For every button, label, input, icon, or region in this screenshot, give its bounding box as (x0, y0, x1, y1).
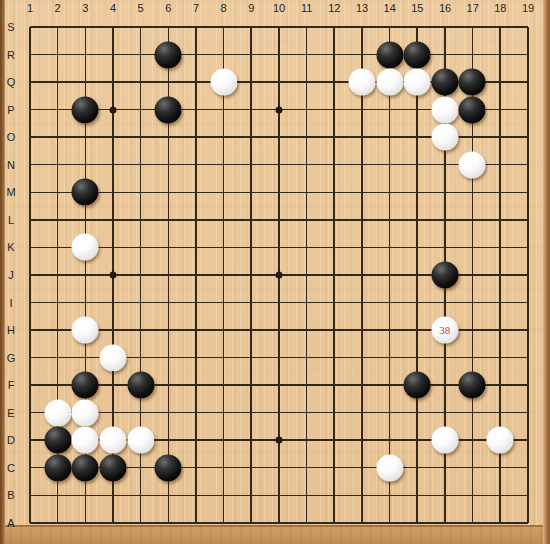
intersection[interactable] (154, 261, 182, 289)
intersection[interactable] (403, 371, 431, 399)
intersection[interactable] (459, 426, 487, 454)
intersection[interactable] (154, 399, 182, 427)
intersection[interactable] (99, 509, 127, 537)
intersection[interactable] (237, 426, 265, 454)
intersection[interactable] (237, 261, 265, 289)
intersection[interactable] (431, 454, 459, 482)
intersection[interactable] (293, 261, 321, 289)
intersection[interactable] (293, 289, 321, 317)
intersection[interactable] (459, 261, 487, 289)
intersection[interactable] (486, 509, 514, 537)
intersection[interactable] (348, 151, 376, 179)
intersection[interactable] (376, 482, 404, 510)
intersection[interactable] (320, 344, 348, 372)
intersection[interactable] (514, 261, 542, 289)
intersection[interactable] (348, 454, 376, 482)
intersection[interactable] (376, 41, 404, 69)
intersection[interactable] (99, 41, 127, 69)
intersection[interactable] (514, 316, 542, 344)
intersection[interactable] (431, 426, 459, 454)
intersection[interactable] (127, 482, 155, 510)
intersection[interactable] (44, 509, 72, 537)
intersection[interactable] (376, 261, 404, 289)
intersection[interactable] (459, 179, 487, 207)
intersection[interactable] (265, 344, 293, 372)
intersection[interactable] (16, 289, 44, 317)
intersection[interactable] (514, 426, 542, 454)
intersection[interactable] (44, 13, 72, 41)
intersection[interactable] (459, 289, 487, 317)
intersection[interactable] (210, 371, 238, 399)
intersection[interactable] (320, 234, 348, 262)
intersection[interactable] (154, 509, 182, 537)
intersection[interactable] (99, 289, 127, 317)
intersection[interactable] (293, 96, 321, 124)
intersection[interactable] (486, 454, 514, 482)
intersection[interactable] (210, 234, 238, 262)
intersection[interactable] (237, 289, 265, 317)
intersection[interactable] (459, 316, 487, 344)
intersection[interactable] (71, 261, 99, 289)
intersection[interactable] (71, 151, 99, 179)
intersection[interactable] (403, 316, 431, 344)
intersection[interactable] (403, 123, 431, 151)
intersection[interactable] (44, 96, 72, 124)
intersection[interactable] (154, 482, 182, 510)
intersection[interactable] (210, 426, 238, 454)
intersection[interactable] (348, 123, 376, 151)
intersection[interactable] (486, 96, 514, 124)
intersection[interactable] (265, 426, 293, 454)
intersection[interactable] (431, 123, 459, 151)
intersection[interactable] (182, 234, 210, 262)
intersection[interactable] (16, 179, 44, 207)
intersection[interactable] (44, 454, 72, 482)
intersection[interactable] (182, 426, 210, 454)
intersection[interactable] (431, 179, 459, 207)
intersection[interactable] (403, 426, 431, 454)
intersection[interactable] (16, 261, 44, 289)
intersection[interactable] (486, 123, 514, 151)
intersection[interactable] (237, 41, 265, 69)
intersection[interactable] (514, 454, 542, 482)
intersection[interactable] (265, 179, 293, 207)
intersection[interactable] (403, 13, 431, 41)
intersection[interactable] (16, 454, 44, 482)
intersection[interactable] (16, 68, 44, 96)
intersection[interactable] (431, 482, 459, 510)
intersection[interactable] (486, 289, 514, 317)
intersection[interactable] (210, 68, 238, 96)
intersection[interactable] (127, 454, 155, 482)
intersection[interactable] (16, 426, 44, 454)
intersection[interactable] (431, 151, 459, 179)
intersection[interactable] (514, 68, 542, 96)
intersection[interactable] (431, 344, 459, 372)
intersection[interactable] (127, 316, 155, 344)
intersection[interactable] (99, 206, 127, 234)
intersection[interactable] (44, 234, 72, 262)
intersection[interactable] (16, 316, 44, 344)
intersection[interactable] (459, 206, 487, 234)
intersection[interactable] (127, 261, 155, 289)
intersection[interactable] (293, 316, 321, 344)
intersection[interactable] (293, 151, 321, 179)
intersection[interactable] (182, 151, 210, 179)
intersection[interactable] (320, 316, 348, 344)
intersection[interactable] (293, 509, 321, 537)
intersection[interactable] (127, 41, 155, 69)
intersection[interactable] (376, 426, 404, 454)
intersection[interactable] (16, 96, 44, 124)
intersection[interactable] (486, 234, 514, 262)
intersection[interactable] (320, 482, 348, 510)
intersection[interactable] (486, 13, 514, 41)
intersection[interactable] (320, 509, 348, 537)
intersection[interactable] (376, 234, 404, 262)
intersection[interactable] (237, 151, 265, 179)
intersection[interactable] (486, 68, 514, 96)
intersection[interactable] (486, 482, 514, 510)
intersection[interactable] (182, 206, 210, 234)
intersection[interactable] (320, 123, 348, 151)
intersection[interactable] (44, 179, 72, 207)
intersection[interactable] (514, 234, 542, 262)
intersection[interactable] (265, 316, 293, 344)
intersection[interactable] (265, 41, 293, 69)
intersection[interactable] (99, 316, 127, 344)
intersection[interactable] (99, 68, 127, 96)
intersection[interactable] (99, 399, 127, 427)
intersection[interactable] (514, 13, 542, 41)
intersection[interactable] (154, 179, 182, 207)
intersection[interactable] (99, 482, 127, 510)
intersection[interactable] (182, 261, 210, 289)
intersection[interactable] (348, 13, 376, 41)
intersection[interactable] (210, 206, 238, 234)
intersection[interactable] (459, 454, 487, 482)
intersection[interactable] (265, 96, 293, 124)
intersection[interactable] (210, 41, 238, 69)
intersection[interactable] (16, 41, 44, 69)
intersection[interactable] (320, 96, 348, 124)
intersection[interactable] (514, 96, 542, 124)
intersection[interactable] (320, 68, 348, 96)
intersection[interactable] (320, 151, 348, 179)
intersection[interactable] (210, 96, 238, 124)
intersection[interactable]: 38 (431, 316, 459, 344)
intersection[interactable] (237, 509, 265, 537)
intersection[interactable] (210, 482, 238, 510)
intersection[interactable] (99, 344, 127, 372)
intersection[interactable] (293, 13, 321, 41)
intersection[interactable] (376, 454, 404, 482)
intersection[interactable] (320, 399, 348, 427)
intersection[interactable] (459, 371, 487, 399)
intersection[interactable] (265, 206, 293, 234)
intersection[interactable] (320, 41, 348, 69)
intersection[interactable] (431, 13, 459, 41)
intersection[interactable] (154, 96, 182, 124)
intersection[interactable] (210, 123, 238, 151)
intersection[interactable] (514, 289, 542, 317)
intersection[interactable] (403, 206, 431, 234)
intersection[interactable] (16, 399, 44, 427)
intersection[interactable] (293, 41, 321, 69)
intersection[interactable] (16, 371, 44, 399)
intersection[interactable] (320, 454, 348, 482)
intersection[interactable] (403, 261, 431, 289)
intersection[interactable] (127, 179, 155, 207)
intersection[interactable] (71, 96, 99, 124)
intersection[interactable] (431, 289, 459, 317)
intersection[interactable] (127, 399, 155, 427)
intersection[interactable] (154, 234, 182, 262)
intersection[interactable] (265, 289, 293, 317)
intersection[interactable] (210, 151, 238, 179)
intersection[interactable] (348, 179, 376, 207)
intersection[interactable] (403, 482, 431, 510)
intersection[interactable] (71, 289, 99, 317)
intersection[interactable] (237, 206, 265, 234)
intersection[interactable] (514, 123, 542, 151)
intersection[interactable] (237, 371, 265, 399)
intersection[interactable] (44, 426, 72, 454)
intersection[interactable] (154, 13, 182, 41)
intersection[interactable] (182, 96, 210, 124)
intersection[interactable] (99, 123, 127, 151)
intersection[interactable] (44, 41, 72, 69)
intersection[interactable] (182, 454, 210, 482)
intersection[interactable] (71, 454, 99, 482)
intersection[interactable] (348, 509, 376, 537)
intersection[interactable] (320, 371, 348, 399)
intersection[interactable] (237, 234, 265, 262)
intersection[interactable] (431, 41, 459, 69)
intersection[interactable] (348, 399, 376, 427)
intersection[interactable] (16, 13, 44, 41)
intersection[interactable] (182, 13, 210, 41)
intersection[interactable] (376, 68, 404, 96)
intersection[interactable] (376, 371, 404, 399)
intersection[interactable] (265, 234, 293, 262)
intersection[interactable] (293, 68, 321, 96)
intersection[interactable] (293, 426, 321, 454)
intersection[interactable] (16, 344, 44, 372)
intersection[interactable] (376, 206, 404, 234)
intersection[interactable] (376, 399, 404, 427)
intersection[interactable] (237, 68, 265, 96)
intersection[interactable] (99, 371, 127, 399)
intersection[interactable] (237, 454, 265, 482)
intersection[interactable] (403, 151, 431, 179)
intersection[interactable] (182, 316, 210, 344)
intersection[interactable] (459, 234, 487, 262)
intersection[interactable] (154, 344, 182, 372)
intersection[interactable] (486, 206, 514, 234)
intersection[interactable] (431, 371, 459, 399)
intersection[interactable] (403, 454, 431, 482)
intersection[interactable] (486, 344, 514, 372)
intersection[interactable] (71, 316, 99, 344)
intersection[interactable] (431, 206, 459, 234)
intersection[interactable] (459, 509, 487, 537)
intersection[interactable] (182, 344, 210, 372)
intersection[interactable] (210, 316, 238, 344)
intersection[interactable] (293, 399, 321, 427)
intersection[interactable] (293, 482, 321, 510)
intersection[interactable] (127, 123, 155, 151)
intersection[interactable] (486, 41, 514, 69)
intersection[interactable] (348, 234, 376, 262)
intersection[interactable] (182, 68, 210, 96)
intersection[interactable] (293, 371, 321, 399)
intersection[interactable] (99, 96, 127, 124)
intersection[interactable] (210, 509, 238, 537)
intersection[interactable] (99, 426, 127, 454)
intersection[interactable] (127, 68, 155, 96)
intersection[interactable] (44, 289, 72, 317)
intersection[interactable] (348, 206, 376, 234)
intersection[interactable] (293, 344, 321, 372)
intersection[interactable] (127, 13, 155, 41)
intersection[interactable] (16, 234, 44, 262)
intersection[interactable] (459, 399, 487, 427)
intersection[interactable] (127, 509, 155, 537)
intersection[interactable] (210, 179, 238, 207)
intersection[interactable] (376, 509, 404, 537)
intersection[interactable] (44, 68, 72, 96)
intersection[interactable] (265, 399, 293, 427)
intersection[interactable] (127, 426, 155, 454)
intersection[interactable] (154, 454, 182, 482)
intersection[interactable] (71, 179, 99, 207)
intersection[interactable] (348, 371, 376, 399)
intersection[interactable] (154, 289, 182, 317)
intersection[interactable] (44, 123, 72, 151)
intersection[interactable] (182, 371, 210, 399)
intersection[interactable] (71, 371, 99, 399)
intersection[interactable] (376, 151, 404, 179)
intersection[interactable] (486, 316, 514, 344)
intersection[interactable] (182, 482, 210, 510)
intersection[interactable] (99, 13, 127, 41)
intersection[interactable] (44, 344, 72, 372)
intersection[interactable] (265, 509, 293, 537)
intersection[interactable] (459, 151, 487, 179)
intersection[interactable] (16, 509, 44, 537)
intersection[interactable] (182, 123, 210, 151)
intersection[interactable] (514, 206, 542, 234)
intersection[interactable] (348, 41, 376, 69)
intersection[interactable] (376, 123, 404, 151)
intersection[interactable] (44, 261, 72, 289)
intersection[interactable] (403, 179, 431, 207)
intersection[interactable] (348, 261, 376, 289)
intersection[interactable] (431, 96, 459, 124)
intersection[interactable] (514, 399, 542, 427)
intersection[interactable] (44, 316, 72, 344)
intersection[interactable] (403, 344, 431, 372)
intersection[interactable] (182, 399, 210, 427)
intersection[interactable] (182, 41, 210, 69)
intersection[interactable] (71, 234, 99, 262)
intersection[interactable] (486, 151, 514, 179)
intersection[interactable] (459, 68, 487, 96)
intersection[interactable] (71, 399, 99, 427)
intersection[interactable] (486, 179, 514, 207)
intersection[interactable] (210, 261, 238, 289)
intersection[interactable] (486, 371, 514, 399)
intersection[interactable] (514, 179, 542, 207)
intersection[interactable] (431, 509, 459, 537)
intersection[interactable] (71, 41, 99, 69)
intersection[interactable] (16, 482, 44, 510)
intersection[interactable] (320, 206, 348, 234)
intersection[interactable] (127, 234, 155, 262)
intersection[interactable] (210, 454, 238, 482)
intersection[interactable] (99, 151, 127, 179)
intersection[interactable] (514, 151, 542, 179)
intersection[interactable] (486, 399, 514, 427)
intersection[interactable] (348, 289, 376, 317)
intersection[interactable] (265, 123, 293, 151)
intersection[interactable] (44, 371, 72, 399)
intersection[interactable] (182, 509, 210, 537)
intersection[interactable] (459, 41, 487, 69)
intersection[interactable] (237, 316, 265, 344)
intersection[interactable] (265, 68, 293, 96)
intersection[interactable] (486, 261, 514, 289)
intersection[interactable] (237, 399, 265, 427)
intersection[interactable] (71, 482, 99, 510)
intersection[interactable] (99, 234, 127, 262)
go-board[interactable]: 38 (16, 13, 541, 536)
intersection[interactable] (44, 151, 72, 179)
intersection[interactable] (293, 234, 321, 262)
intersection[interactable] (403, 509, 431, 537)
intersection[interactable] (210, 399, 238, 427)
intersection[interactable] (71, 68, 99, 96)
intersection[interactable] (293, 206, 321, 234)
intersection[interactable] (376, 179, 404, 207)
intersection[interactable] (71, 13, 99, 41)
intersection[interactable] (154, 68, 182, 96)
intersection[interactable] (71, 123, 99, 151)
intersection[interactable] (320, 289, 348, 317)
intersection[interactable] (154, 371, 182, 399)
intersection[interactable] (44, 206, 72, 234)
intersection[interactable] (99, 261, 127, 289)
intersection[interactable] (459, 482, 487, 510)
intersection[interactable] (99, 179, 127, 207)
intersection[interactable] (127, 96, 155, 124)
intersection[interactable] (99, 454, 127, 482)
intersection[interactable] (514, 371, 542, 399)
intersection[interactable] (514, 41, 542, 69)
intersection[interactable] (459, 13, 487, 41)
intersection[interactable] (237, 344, 265, 372)
intersection[interactable] (431, 234, 459, 262)
intersection[interactable] (237, 96, 265, 124)
intersection[interactable] (403, 234, 431, 262)
intersection[interactable] (210, 289, 238, 317)
intersection[interactable] (265, 371, 293, 399)
intersection[interactable] (403, 41, 431, 69)
intersection[interactable] (154, 206, 182, 234)
intersection[interactable] (71, 426, 99, 454)
intersection[interactable] (237, 179, 265, 207)
